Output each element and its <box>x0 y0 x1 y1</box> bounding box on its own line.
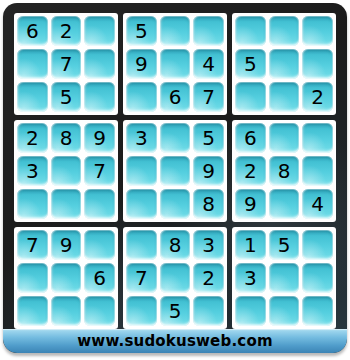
sudoku-cell-r1c3[interactable] <box>84 16 115 46</box>
sudoku-cell-r2c2[interactable]: 7 <box>51 49 82 79</box>
sudoku-cell-r8c9[interactable] <box>302 263 333 293</box>
sudoku-cell-r2c9[interactable] <box>302 49 333 79</box>
sudoku-box-7: 796 <box>14 227 118 329</box>
sudoku-cell-r2c7[interactable]: 5 <box>235 49 266 79</box>
sudoku-cell-r2c3[interactable] <box>84 49 115 79</box>
sudoku-cell-r4c2[interactable]: 8 <box>51 123 82 153</box>
sudoku-cell-r7c3[interactable] <box>84 230 115 260</box>
sudoku-cell-r3c5[interactable]: 6 <box>160 82 191 112</box>
sudoku-cell-r4c7[interactable]: 6 <box>235 123 266 153</box>
sudoku-cell-r9c6[interactable] <box>193 296 224 326</box>
sudoku-cell-r6c2[interactable] <box>51 189 82 219</box>
sudoku-cell-r1c1[interactable]: 6 <box>17 16 48 46</box>
sudoku-cell-r7c1[interactable]: 7 <box>17 230 48 260</box>
sudoku-cell-r1c7[interactable] <box>235 16 266 46</box>
sudoku-cell-r9c7[interactable] <box>235 296 266 326</box>
sudoku-board: 627559467522893735986289479683725153 www… <box>3 3 347 353</box>
sudoku-cell-r9c1[interactable] <box>17 296 48 326</box>
sudoku-cell-r1c8[interactable] <box>269 16 300 46</box>
footer-band: www.sudokusweb.com <box>3 329 347 353</box>
sudoku-cell-r3c6[interactable]: 7 <box>193 82 224 112</box>
sudoku-box-2: 59467 <box>123 13 227 115</box>
sudoku-box-9: 153 <box>232 227 336 329</box>
sudoku-cell-r5c5[interactable] <box>160 156 191 186</box>
sudoku-grid: 627559467522893735986289479683725153 <box>14 13 336 329</box>
sudoku-cell-r6c5[interactable] <box>160 189 191 219</box>
sudoku-cell-r3c3[interactable] <box>84 82 115 112</box>
sudoku-cell-r1c6[interactable] <box>193 16 224 46</box>
sudoku-cell-r5c4[interactable] <box>126 156 157 186</box>
sudoku-cell-r6c4[interactable] <box>126 189 157 219</box>
sudoku-cell-r3c4[interactable] <box>126 82 157 112</box>
sudoku-cell-r8c8[interactable] <box>269 263 300 293</box>
sudoku-cell-r5c7[interactable]: 2 <box>235 156 266 186</box>
sudoku-cell-r1c9[interactable] <box>302 16 333 46</box>
sudoku-box-6: 62894 <box>232 120 336 222</box>
sudoku-cell-r1c4[interactable]: 5 <box>126 16 157 46</box>
sudoku-cell-r3c8[interactable] <box>269 82 300 112</box>
sudoku-cell-r1c5[interactable] <box>160 16 191 46</box>
sudoku-cell-r9c9[interactable] <box>302 296 333 326</box>
sudoku-cell-r5c9[interactable] <box>302 156 333 186</box>
sudoku-cell-r8c2[interactable] <box>51 263 82 293</box>
sudoku-cell-r9c5[interactable]: 5 <box>160 296 191 326</box>
sudoku-cell-r9c2[interactable] <box>51 296 82 326</box>
sudoku-cell-r5c8[interactable]: 8 <box>269 156 300 186</box>
sudoku-cell-r7c6[interactable]: 3 <box>193 230 224 260</box>
sudoku-cell-r4c8[interactable] <box>269 123 300 153</box>
sudoku-cell-r9c3[interactable] <box>84 296 115 326</box>
sudoku-cell-r2c6[interactable]: 4 <box>193 49 224 79</box>
sudoku-cell-r4c9[interactable] <box>302 123 333 153</box>
sudoku-cell-r7c5[interactable]: 8 <box>160 230 191 260</box>
sudoku-cell-r9c4[interactable] <box>126 296 157 326</box>
sudoku-cell-r4c6[interactable]: 5 <box>193 123 224 153</box>
sudoku-cell-r4c4[interactable]: 3 <box>126 123 157 153</box>
sudoku-cell-r3c2[interactable]: 5 <box>51 82 82 112</box>
sudoku-box-5: 3598 <box>123 120 227 222</box>
sudoku-cell-r9c8[interactable] <box>269 296 300 326</box>
sudoku-cell-r6c7[interactable]: 9 <box>235 189 266 219</box>
sudoku-cell-r7c4[interactable] <box>126 230 157 260</box>
sudoku-cell-r8c3[interactable]: 6 <box>84 263 115 293</box>
sudoku-cell-r5c1[interactable]: 3 <box>17 156 48 186</box>
sudoku-cell-r3c1[interactable] <box>17 82 48 112</box>
sudoku-cell-r4c5[interactable] <box>160 123 191 153</box>
sudoku-cell-r7c8[interactable]: 5 <box>269 230 300 260</box>
sudoku-cell-r5c2[interactable] <box>51 156 82 186</box>
sudoku-box-3: 52 <box>232 13 336 115</box>
sudoku-cell-r6c1[interactable] <box>17 189 48 219</box>
page: 627559467522893735986289479683725153 www… <box>0 0 350 360</box>
sudoku-cell-r8c6[interactable]: 2 <box>193 263 224 293</box>
sudoku-cell-r8c1[interactable] <box>17 263 48 293</box>
site-link[interactable]: www.sudokusweb.com <box>77 332 272 350</box>
sudoku-cell-r7c7[interactable]: 1 <box>235 230 266 260</box>
sudoku-cell-r5c6[interactable]: 9 <box>193 156 224 186</box>
sudoku-cell-r2c5[interactable] <box>160 49 191 79</box>
sudoku-cell-r4c1[interactable]: 2 <box>17 123 48 153</box>
sudoku-cell-r6c9[interactable]: 4 <box>302 189 333 219</box>
sudoku-cell-r8c4[interactable]: 7 <box>126 263 157 293</box>
sudoku-cell-r6c3[interactable] <box>84 189 115 219</box>
sudoku-box-1: 6275 <box>14 13 118 115</box>
sudoku-cell-r6c6[interactable]: 8 <box>193 189 224 219</box>
sudoku-cell-r8c7[interactable]: 3 <box>235 263 266 293</box>
sudoku-cell-r2c4[interactable]: 9 <box>126 49 157 79</box>
sudoku-cell-r8c5[interactable] <box>160 263 191 293</box>
sudoku-cell-r2c1[interactable] <box>17 49 48 79</box>
sudoku-cell-r7c9[interactable] <box>302 230 333 260</box>
sudoku-box-8: 83725 <box>123 227 227 329</box>
sudoku-cell-r2c8[interactable] <box>269 49 300 79</box>
sudoku-cell-r6c8[interactable] <box>269 189 300 219</box>
sudoku-box-4: 28937 <box>14 120 118 222</box>
sudoku-cell-r7c2[interactable]: 9 <box>51 230 82 260</box>
sudoku-cell-r4c3[interactable]: 9 <box>84 123 115 153</box>
sudoku-cell-r3c9[interactable]: 2 <box>302 82 333 112</box>
sudoku-cell-r3c7[interactable] <box>235 82 266 112</box>
sudoku-cell-r5c3[interactable]: 7 <box>84 156 115 186</box>
sudoku-cell-r1c2[interactable]: 2 <box>51 16 82 46</box>
